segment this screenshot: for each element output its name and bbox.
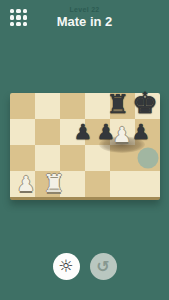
black-pawn[interactable]: ♟ (132, 122, 151, 143)
page-title: Mate in 2 (0, 14, 169, 29)
lightbulb-icon: ☼ (58, 258, 73, 275)
white-pawn[interactable]: ♟ (17, 174, 36, 195)
chess-board: ♜♚♟♟♟♟♟♜ (10, 93, 160, 200)
level-label: Level 22 (0, 6, 169, 13)
undo-arrow-icon: ↺ (96, 259, 109, 275)
white-rook[interactable]: ♜ (43, 171, 65, 196)
board-square-r3c5[interactable] (135, 171, 160, 197)
board-square-r0c1[interactable] (35, 93, 60, 119)
app-screen: Level 22 Mate in 2 ♜♚♟♟♟♟♟♜ ☼ ↺ (0, 0, 169, 300)
board-square-r2c3[interactable] (85, 145, 110, 171)
board-square-r3c4[interactable] (110, 171, 135, 197)
black-rook[interactable]: ♜ (106, 91, 129, 117)
undo-button[interactable]: ↺ (90, 253, 117, 280)
black-king[interactable]: ♚ (132, 89, 158, 118)
board-square-r2c1[interactable] (35, 145, 60, 171)
move-hint-dot[interactable] (137, 148, 158, 169)
black-pawn[interactable]: ♟ (74, 122, 93, 143)
board-square-r3c3[interactable] (85, 171, 110, 197)
board-square-r0c2[interactable] (60, 93, 85, 119)
board-square-r2c4[interactable] (110, 145, 135, 171)
footer-buttons: ☼ ↺ (0, 253, 169, 280)
board-square-r1c0[interactable] (10, 119, 35, 145)
board-square-r2c0[interactable] (10, 145, 35, 171)
hint-button[interactable]: ☼ (53, 253, 80, 280)
board-square-r2c5[interactable] (135, 145, 160, 171)
board-square-r2c2[interactable] (60, 145, 85, 171)
board-square-r1c1[interactable] (35, 119, 60, 145)
board-square-r0c0[interactable] (10, 93, 35, 119)
white-pawn-selected[interactable]: ♟ (113, 125, 132, 146)
